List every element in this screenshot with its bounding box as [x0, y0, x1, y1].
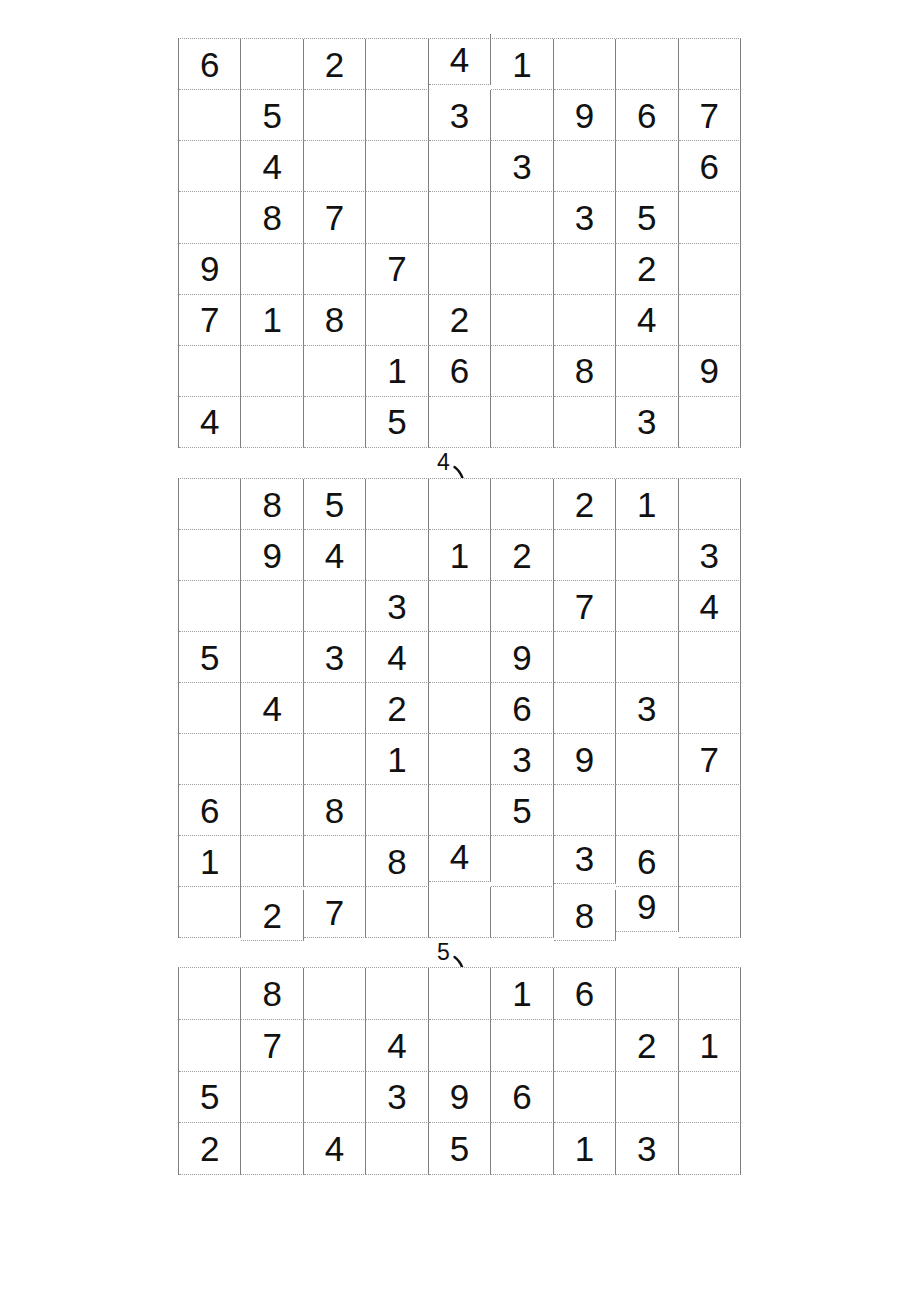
- sudoku-cell: 4: [179, 397, 241, 448]
- sudoku-cell: 1: [429, 530, 491, 581]
- sudoku-cell: 3: [616, 1123, 678, 1175]
- sudoku-cell[interactable]: [491, 244, 553, 295]
- sudoku-cell: 5: [616, 192, 678, 243]
- sudoku-cell[interactable]: [679, 397, 741, 448]
- sudoku-cell[interactable]: [429, 141, 491, 192]
- sudoku-cell[interactable]: [491, 581, 553, 632]
- sudoku-cell[interactable]: [429, 887, 491, 938]
- sudoku-cell: 7: [679, 734, 741, 785]
- puzzle-5-label: 5: [170, 937, 732, 967]
- sudoku-cell[interactable]: [179, 734, 241, 785]
- sudoku-cell[interactable]: [241, 397, 303, 448]
- sudoku-cell[interactable]: [304, 90, 366, 141]
- sudoku-cell[interactable]: [554, 397, 616, 448]
- sudoku-cell[interactable]: [679, 785, 741, 836]
- sudoku-cell[interactable]: [616, 39, 678, 90]
- sudoku-cell[interactable]: [304, 397, 366, 448]
- sudoku-cell[interactable]: [679, 479, 741, 530]
- sudoku-cell: 5: [491, 785, 553, 836]
- puzzle-5-label-number: 5: [437, 941, 450, 964]
- sudoku-cell: 4: [366, 632, 428, 683]
- sudoku-cell: 2: [429, 295, 491, 346]
- sudoku-cell: 6: [616, 90, 678, 141]
- sudoku-cell: 4: [304, 530, 366, 581]
- sudoku-cell: 3: [304, 632, 366, 683]
- sudoku-cell[interactable]: [366, 192, 428, 243]
- sudoku-cell: 3: [491, 734, 553, 785]
- sudoku-cell[interactable]: [679, 968, 741, 1020]
- sudoku-cell[interactable]: [241, 39, 303, 90]
- sudoku-cell: 5: [429, 1123, 491, 1175]
- sudoku-grid-top-partial: 6241539674368735972718241689453: [178, 38, 741, 448]
- sudoku-cell: 9: [241, 530, 303, 581]
- sudoku-cell[interactable]: [679, 192, 741, 243]
- sudoku-cell[interactable]: [366, 968, 428, 1020]
- sudoku-cell: 3: [554, 833, 616, 884]
- sudoku-cell[interactable]: [491, 397, 553, 448]
- sudoku-cell: 6: [179, 39, 241, 90]
- sudoku-cell[interactable]: [491, 1123, 553, 1175]
- sudoku-cell[interactable]: [179, 1020, 241, 1072]
- sudoku-cell[interactable]: [616, 632, 678, 683]
- sudoku-cell: 5: [241, 90, 303, 141]
- sudoku-cell: 6: [491, 683, 553, 734]
- sudoku-cell: 3: [554, 192, 616, 243]
- sudoku-cell: 6: [616, 836, 678, 887]
- sudoku-cell: 8: [241, 192, 303, 243]
- sudoku-cell: 2: [241, 890, 303, 941]
- sudoku-cell[interactable]: [679, 1072, 741, 1124]
- sudoku-cell: 7: [241, 1020, 303, 1072]
- sudoku-cell: 5: [366, 397, 428, 448]
- sudoku-cell: 1: [366, 734, 428, 785]
- sudoku-cell[interactable]: [491, 836, 553, 887]
- sudoku-cell: 4: [241, 683, 303, 734]
- sudoku-cell: 7: [554, 581, 616, 632]
- sudoku-cell[interactable]: [554, 244, 616, 295]
- sudoku-cell: 5: [179, 632, 241, 683]
- sudoku-cell[interactable]: [241, 244, 303, 295]
- sudoku-cell[interactable]: [554, 785, 616, 836]
- sudoku-cell: 2: [366, 683, 428, 734]
- sudoku-cell: 9: [616, 881, 678, 932]
- sudoku-cell[interactable]: [241, 346, 303, 397]
- sudoku-cell: 2: [304, 39, 366, 90]
- sudoku-cell[interactable]: [616, 141, 678, 192]
- sudoku-cell[interactable]: [179, 141, 241, 192]
- sudoku-cell[interactable]: [366, 530, 428, 581]
- sudoku-cell[interactable]: [554, 683, 616, 734]
- sudoku-cell[interactable]: [491, 346, 553, 397]
- sudoku-cell: 1: [554, 1123, 616, 1175]
- sudoku-cell: 4: [304, 1123, 366, 1175]
- sudoku-cell[interactable]: [366, 295, 428, 346]
- sudoku-cell[interactable]: [554, 530, 616, 581]
- sudoku-cell[interactable]: [179, 581, 241, 632]
- sudoku-cell: 9: [679, 346, 741, 397]
- sudoku-cell[interactable]: [179, 346, 241, 397]
- sudoku-cell: 3: [679, 530, 741, 581]
- sudoku-cell: 4: [366, 1020, 428, 1072]
- sudoku-cell[interactable]: [429, 397, 491, 448]
- sudoku-cell: 1: [179, 836, 241, 887]
- sudoku-cell[interactable]: [179, 530, 241, 581]
- sudoku-cell: 1: [241, 295, 303, 346]
- sudoku-cell: 4: [679, 581, 741, 632]
- sudoku-cell: 3: [429, 90, 491, 141]
- sudoku-cell[interactable]: [241, 734, 303, 785]
- sudoku-cell[interactable]: [179, 479, 241, 530]
- sudoku-cell: 7: [179, 295, 241, 346]
- sudoku-cell: 3: [616, 683, 678, 734]
- sudoku-cell: 9: [554, 734, 616, 785]
- sudoku-cell[interactable]: [304, 1072, 366, 1124]
- sudoku-cell[interactable]: [554, 1072, 616, 1124]
- sudoku-cell[interactable]: [304, 968, 366, 1020]
- sudoku-cell: 9: [491, 632, 553, 683]
- puzzle-4-label: 4: [170, 447, 732, 478]
- sudoku-cell[interactable]: [554, 632, 616, 683]
- sudoku-cell[interactable]: [616, 530, 678, 581]
- sudoku-cell[interactable]: [366, 141, 428, 192]
- sudoku-cell: 7: [304, 887, 366, 938]
- sudoku-cell[interactable]: [679, 632, 741, 683]
- sudoku-cell: 5: [304, 479, 366, 530]
- sudoku-cell[interactable]: [304, 734, 366, 785]
- sudoku-grid-puzzle-4: 852194123374534942631397685184362789: [178, 478, 741, 938]
- sudoku-cell[interactable]: [679, 887, 741, 938]
- sudoku-cell: 2: [616, 244, 678, 295]
- sudoku-cell: 2: [616, 1020, 678, 1072]
- sudoku-cell[interactable]: [679, 244, 741, 295]
- sudoku-cell[interactable]: [616, 734, 678, 785]
- sudoku-grid-puzzle-5-partial: 8167421539624513: [178, 967, 741, 1175]
- sudoku-cell[interactable]: [304, 836, 366, 887]
- sudoku-cell: 2: [179, 1123, 241, 1175]
- sudoku-cell: 1: [616, 479, 678, 530]
- sudoku-cell[interactable]: [241, 1123, 303, 1175]
- sudoku-cell[interactable]: [429, 734, 491, 785]
- sudoku-cell[interactable]: [554, 295, 616, 346]
- sudoku-cell: 4: [429, 34, 491, 85]
- sudoku-cell: 1: [491, 968, 553, 1020]
- sudoku-cell[interactable]: [429, 244, 491, 295]
- sudoku-cell[interactable]: [491, 192, 553, 243]
- sudoku-cell[interactable]: [679, 1123, 741, 1175]
- sudoku-cell: 8: [366, 836, 428, 887]
- sudoku-cell: 6: [679, 141, 741, 192]
- sudoku-cell[interactable]: [429, 581, 491, 632]
- sudoku-cell[interactable]: [616, 785, 678, 836]
- sudoku-cell: 4: [616, 295, 678, 346]
- sudoku-cell: 6: [491, 1072, 553, 1124]
- sudoku-cell: 8: [554, 890, 616, 941]
- sudoku-cell: 6: [554, 968, 616, 1020]
- sudoku-cell[interactable]: [429, 785, 491, 836]
- sudoku-cell[interactable]: [241, 836, 303, 887]
- sudoku-cell[interactable]: [241, 1072, 303, 1124]
- sudoku-cell[interactable]: [179, 683, 241, 734]
- sudoku-cell[interactable]: [554, 39, 616, 90]
- sudoku-cell[interactable]: [304, 346, 366, 397]
- sudoku-cell[interactable]: [304, 581, 366, 632]
- sudoku-cell[interactable]: [179, 887, 241, 938]
- sudoku-cell[interactable]: [241, 632, 303, 683]
- sudoku-cell: 3: [616, 397, 678, 448]
- sudoku-cell[interactable]: [429, 632, 491, 683]
- ideographic-comma-icon: [452, 949, 465, 964]
- sudoku-cell: 8: [304, 295, 366, 346]
- sudoku-cell[interactable]: [491, 1020, 553, 1072]
- sudoku-cell[interactable]: [554, 141, 616, 192]
- sudoku-cell[interactable]: [429, 192, 491, 243]
- sudoku-cell: 1: [366, 346, 428, 397]
- sudoku-cell[interactable]: [304, 141, 366, 192]
- sudoku-cell[interactable]: [491, 295, 553, 346]
- sudoku-cell[interactable]: [616, 346, 678, 397]
- sudoku-cell: 8: [241, 968, 303, 1020]
- sudoku-cell: 1: [491, 39, 553, 90]
- sudoku-cell: 7: [366, 244, 428, 295]
- sudoku-cell: 5: [179, 1072, 241, 1124]
- sudoku-cell[interactable]: [679, 683, 741, 734]
- sudoku-cell: 2: [554, 479, 616, 530]
- sudoku-cell: 8: [554, 346, 616, 397]
- sudoku-cell[interactable]: [429, 968, 491, 1020]
- sudoku-cell[interactable]: [241, 581, 303, 632]
- sudoku-cell[interactable]: [241, 785, 303, 836]
- sudoku-cell: 3: [366, 1072, 428, 1124]
- sudoku-cell: 8: [241, 479, 303, 530]
- sudoku-cell[interactable]: [616, 968, 678, 1020]
- sudoku-cell[interactable]: [179, 192, 241, 243]
- sudoku-cell: 9: [554, 90, 616, 141]
- sudoku-cell[interactable]: [304, 244, 366, 295]
- sudoku-cell: 8: [304, 785, 366, 836]
- sudoku-cell: 2: [491, 530, 553, 581]
- sudoku-cell: 7: [304, 192, 366, 243]
- sudoku-cell[interactable]: [366, 887, 428, 938]
- sudoku-cell[interactable]: [429, 683, 491, 734]
- sudoku-cell[interactable]: [616, 581, 678, 632]
- sudoku-cell: 6: [429, 346, 491, 397]
- sudoku-cell[interactable]: [366, 785, 428, 836]
- sudoku-cell: 7: [679, 90, 741, 141]
- sudoku-cell[interactable]: [616, 1072, 678, 1124]
- sudoku-cell[interactable]: [366, 479, 428, 530]
- sudoku-cell: 3: [366, 581, 428, 632]
- sudoku-cell[interactable]: [679, 836, 741, 887]
- sudoku-cell[interactable]: [366, 1123, 428, 1175]
- sudoku-cell[interactable]: [429, 479, 491, 530]
- sudoku-cell[interactable]: [491, 479, 553, 530]
- sudoku-cell: 4: [429, 831, 491, 882]
- sudoku-cell[interactable]: [679, 39, 741, 90]
- sudoku-cell[interactable]: [304, 683, 366, 734]
- sudoku-cell[interactable]: [429, 1020, 491, 1072]
- sudoku-cell: 6: [179, 785, 241, 836]
- sudoku-cell[interactable]: [679, 295, 741, 346]
- sudoku-cell: 4: [241, 141, 303, 192]
- sudoku-cell[interactable]: [366, 90, 428, 141]
- sudoku-cell[interactable]: [179, 968, 241, 1020]
- sudoku-cell[interactable]: [491, 887, 553, 938]
- ideographic-comma-icon: [452, 459, 465, 474]
- sudoku-cell: 1: [679, 1020, 741, 1072]
- sudoku-cell: 9: [429, 1072, 491, 1124]
- sudoku-cell[interactable]: [366, 39, 428, 90]
- puzzle-4-label-number: 4: [437, 451, 450, 474]
- sudoku-cell[interactable]: [554, 1020, 616, 1072]
- sudoku-cell: 9: [179, 244, 241, 295]
- sudoku-cell[interactable]: [304, 1020, 366, 1072]
- document-page: 6241539674368735972718241689453 4 852194…: [0, 0, 920, 1306]
- sudoku-cell[interactable]: [491, 90, 553, 141]
- sudoku-cell: 3: [491, 141, 553, 192]
- sudoku-cell[interactable]: [179, 90, 241, 141]
